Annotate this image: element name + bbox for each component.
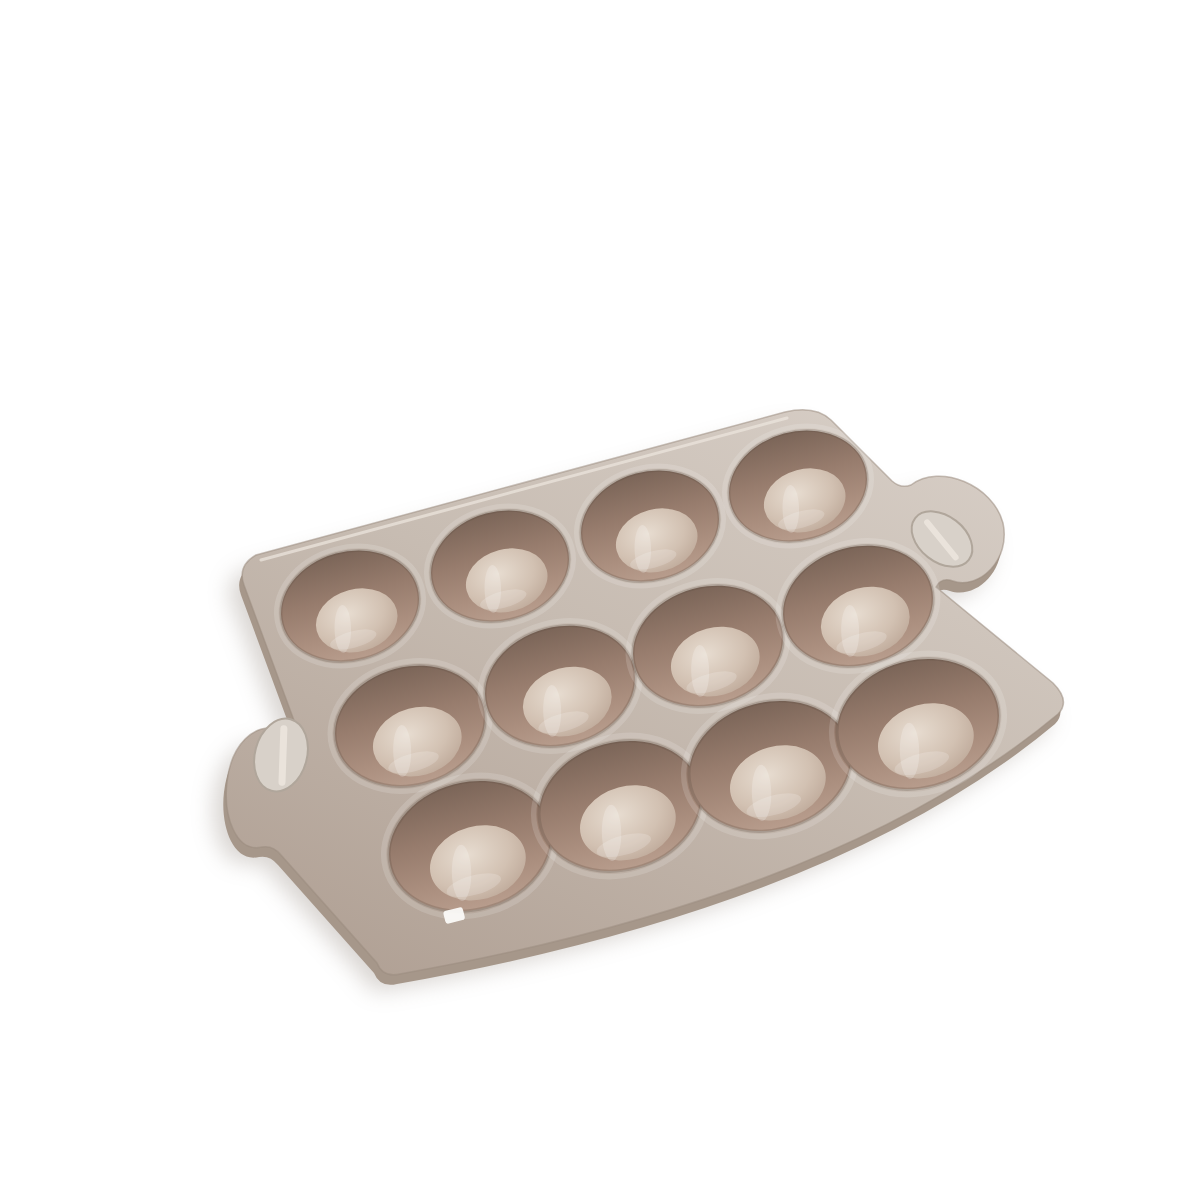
product-photo: Angled overhead photo of an empty 12-cup… — [40, 16, 1200, 1200]
muffin-pan-photo — [40, 16, 1200, 1200]
